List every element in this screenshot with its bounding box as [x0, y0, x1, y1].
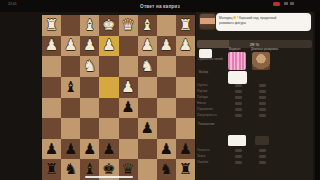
stat-value-2: [259, 108, 266, 111]
stat-value-2: [259, 114, 266, 117]
square-e1[interactable]: ♚: [99, 15, 118, 36]
square-c3[interactable]: ♞: [138, 56, 157, 77]
stat-value-2: [259, 149, 266, 152]
square-g8[interactable]: ♞: [61, 159, 80, 180]
stat-value-2: [259, 96, 266, 99]
page-title: Ответ на каприз: [0, 4, 320, 9]
black-p-piece: ♟: [45, 142, 58, 157]
black-p-piece: ♟: [64, 142, 77, 157]
stat-value-2: [259, 102, 266, 105]
square-h1[interactable]: ♜: [42, 15, 61, 36]
square-c7[interactable]: [138, 139, 157, 160]
white-r-piece: ♜: [45, 18, 58, 33]
column2-header: Длинная рокировка: [251, 47, 278, 51]
square-f6[interactable]: [80, 118, 99, 139]
choice-label: Выбор: [199, 70, 208, 74]
stats-group-1: ОценкаПартииПобедыНичьиПораженияПопулярн…: [197, 82, 309, 118]
coach-message-bubble: Молодец! Хороший ход, продолжай развиват…: [216, 13, 311, 31]
square-f1[interactable]: ♝: [80, 15, 99, 36]
coach-message-line2: развивать фигуры: [219, 21, 308, 26]
square-b4[interactable]: [157, 77, 176, 98]
square-e6[interactable]: [99, 118, 118, 139]
square-g2[interactable]: ♟: [61, 36, 80, 57]
square-c6[interactable]: ♟: [138, 118, 157, 139]
square-b3[interactable]: [157, 56, 176, 77]
black-p-piece: ♟: [102, 142, 115, 157]
square-g1[interactable]: [61, 15, 80, 36]
square-b6[interactable]: [157, 118, 176, 139]
black-q-piece: ♛: [121, 162, 134, 177]
stat-label: Победы: [197, 95, 208, 99]
stat-label: Ошибки: [197, 160, 208, 164]
stat-value-2: [259, 90, 266, 93]
square-e7[interactable]: ♟: [99, 139, 118, 160]
stat-value-1: [235, 149, 242, 152]
white-p-piece: ♟: [140, 38, 153, 53]
square-h4[interactable]: [42, 77, 61, 98]
stat-label: Партии: [197, 89, 207, 93]
white-k-piece: ♚: [102, 18, 115, 33]
square-e2[interactable]: ♟: [99, 36, 118, 57]
black-n-piece: ♞: [160, 162, 173, 177]
square-a5[interactable]: [176, 98, 195, 119]
black-b-piece: ♝: [64, 80, 77, 95]
stat-row: Популярность: [197, 112, 309, 118]
white-p-piece: ♟: [179, 38, 192, 53]
white-n-piece: ♞: [140, 59, 153, 74]
stat-value-1: [235, 108, 242, 111]
square-g3[interactable]: [61, 56, 80, 77]
white-p-piece: ♟: [64, 38, 77, 53]
square-c1[interactable]: ♝: [138, 15, 157, 36]
square-a3[interactable]: [176, 56, 195, 77]
white-p-piece: ♟: [160, 38, 173, 53]
white-b-piece: ♝: [83, 18, 96, 33]
square-g7[interactable]: ♟: [61, 139, 80, 160]
square-g4[interactable]: ♝: [61, 77, 80, 98]
smiley-emoji-icon: [233, 16, 237, 20]
square-g5[interactable]: [61, 98, 80, 119]
stat-value-1: [235, 114, 242, 117]
black-r-piece: ♜: [45, 162, 58, 177]
square-b2[interactable]: ♟: [157, 36, 176, 57]
square-d2[interactable]: [119, 36, 138, 57]
square-b1[interactable]: [157, 15, 176, 36]
value-card-white[interactable]: [228, 135, 246, 146]
square-f4[interactable]: [80, 77, 99, 98]
stat-label: Оценка: [197, 83, 207, 87]
square-a7[interactable]: ♟: [176, 139, 195, 160]
square-f7[interactable]: ♟: [80, 139, 99, 160]
home-indicator[interactable]: [85, 176, 133, 178]
title-bar: 22:41 Ответ на каприз: [0, 0, 320, 12]
black-p-piece: ♟: [160, 142, 173, 157]
stat-value-1: [235, 155, 242, 158]
value-card-grey[interactable]: [255, 136, 269, 145]
stat-value-1: [235, 96, 242, 99]
square-a1[interactable]: ♜: [176, 15, 195, 36]
square-c2[interactable]: ♟: [138, 36, 157, 57]
white-p-piece: ♟: [83, 38, 96, 53]
square-d6[interactable]: [119, 118, 138, 139]
square-h5[interactable]: [42, 98, 61, 119]
black-n-piece: ♞: [64, 162, 77, 177]
square-a2[interactable]: ♟: [176, 36, 195, 57]
square-d1[interactable]: ♛: [119, 15, 138, 36]
square-f5[interactable]: [80, 98, 99, 119]
square-h3[interactable]: [42, 56, 61, 77]
square-e4[interactable]: [99, 77, 118, 98]
stats-group-2: ТочностьЗевкиОшибки: [197, 147, 309, 165]
square-e3[interactable]: [99, 56, 118, 77]
black-p-piece: ♟: [179, 142, 192, 157]
square-h6[interactable]: [42, 118, 61, 139]
white-p-piece: ♟: [102, 38, 115, 53]
white-b-piece: ♝: [140, 18, 153, 33]
black-r-piece: ♜: [179, 162, 192, 177]
square-b8[interactable]: ♞: [157, 159, 176, 180]
square-d3[interactable]: [119, 56, 138, 77]
black-k-piece: ♚: [102, 162, 115, 177]
square-c5[interactable]: [138, 98, 157, 119]
square-d4[interactable]: ♟: [119, 77, 138, 98]
square-a6[interactable]: [176, 118, 195, 139]
chessboard: ♜♝♚♛♝♜♟♟♟♟♟♟♟♞♞♝♟♟♟♟♟♟♟♟♟♜♞♝♚♛♞♜: [42, 15, 195, 180]
black-p-piece: ♟: [83, 142, 96, 157]
square-h8[interactable]: ♜: [42, 159, 61, 180]
option-card-1-image[interactable]: [228, 52, 246, 70]
app-frame: 22:41 Ответ на каприз ♜♝♚♛♝♜♟♟♟♟♟♟♟♞♞♝♟♟…: [0, 0, 320, 180]
stat-label: Популярность: [197, 113, 217, 117]
square-d5[interactable]: ♟: [119, 98, 138, 119]
right-panel: Молодец! Хороший ход, продолжай развиват…: [196, 12, 313, 180]
square-b7[interactable]: ♟: [157, 139, 176, 160]
stat-value-1: [235, 84, 242, 87]
square-c8[interactable]: [138, 159, 157, 180]
square-g6[interactable]: [61, 118, 80, 139]
black-p-piece: ♟: [140, 121, 153, 136]
square-e5[interactable]: [99, 98, 118, 119]
stat-value-2: [259, 84, 266, 87]
column1-header: Вариант: [229, 47, 241, 51]
square-f3[interactable]: ♞: [80, 56, 99, 77]
white-q-piece: ♛: [121, 18, 134, 33]
stat-value-1: [235, 161, 242, 164]
square-a8[interactable]: ♜: [176, 159, 195, 180]
stat-value-1: [235, 102, 242, 105]
white-n-piece: ♞: [83, 59, 96, 74]
square-a4[interactable]: [176, 77, 195, 98]
mid-label: Показатели: [198, 122, 214, 126]
square-c4[interactable]: [138, 77, 157, 98]
square-h2[interactable]: ♟: [42, 36, 61, 57]
black-b-piece: ♝: [83, 162, 96, 177]
stat-value-2: [259, 155, 266, 158]
stat-label: Точность: [197, 148, 210, 152]
square-f2[interactable]: ♟: [80, 36, 99, 57]
white-r-piece: ♜: [179, 18, 192, 33]
stat-label: Поражения: [197, 107, 213, 111]
stat-value-2: [259, 161, 266, 164]
square-h7[interactable]: ♟: [42, 139, 61, 160]
option-card-2-image[interactable]: [252, 52, 270, 70]
section-label: Сравнение линий: [198, 57, 223, 61]
square-d7[interactable]: [119, 139, 138, 160]
stat-row: Ошибки: [197, 159, 309, 165]
black-p-piece: ♟: [121, 100, 134, 115]
stat-label: Зевки: [197, 154, 205, 158]
white-p-piece: ♟: [121, 80, 134, 95]
square-b5[interactable]: [157, 98, 176, 119]
white-p-piece: ♟: [45, 38, 58, 53]
stat-value-1: [235, 90, 242, 93]
stat-label: Ничьи: [197, 101, 206, 105]
